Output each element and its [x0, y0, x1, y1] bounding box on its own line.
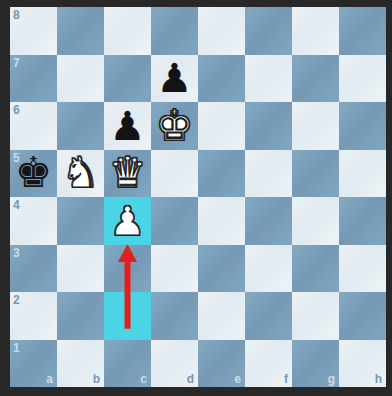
square-b7[interactable]: [57, 55, 104, 103]
square-d8[interactable]: [151, 7, 198, 55]
square-b4[interactable]: [57, 197, 104, 245]
file-label-b: b: [93, 373, 100, 385]
square-e2[interactable]: [198, 292, 245, 340]
square-c4[interactable]: ♟: [104, 197, 151, 245]
square-c8[interactable]: [104, 7, 151, 55]
square-h7[interactable]: [339, 55, 386, 103]
square-h1[interactable]: h: [339, 340, 386, 388]
square-g1[interactable]: g: [292, 340, 339, 388]
square-a1[interactable]: 1a: [10, 340, 57, 388]
square-c5[interactable]: ♛: [104, 150, 151, 198]
square-f6[interactable]: [245, 102, 292, 150]
square-d4[interactable]: [151, 197, 198, 245]
square-a8[interactable]: 8: [10, 7, 57, 55]
square-c1[interactable]: c: [104, 340, 151, 388]
file-label-g: g: [328, 373, 335, 385]
square-e1[interactable]: e: [198, 340, 245, 388]
file-label-h: h: [375, 373, 382, 385]
square-b5[interactable]: ♞: [57, 150, 104, 198]
square-h4[interactable]: [339, 197, 386, 245]
file-label-f: f: [284, 373, 288, 385]
square-g8[interactable]: [292, 7, 339, 55]
square-c2[interactable]: [104, 292, 151, 340]
rank-label-7: 7: [13, 57, 20, 69]
square-d7[interactable]: ♟: [151, 55, 198, 103]
square-e3[interactable]: [198, 245, 245, 293]
square-c7[interactable]: [104, 55, 151, 103]
square-b3[interactable]: [57, 245, 104, 293]
black-pawn[interactable]: ♟: [151, 55, 198, 103]
square-g6[interactable]: [292, 102, 339, 150]
square-f5[interactable]: [245, 150, 292, 198]
square-g7[interactable]: [292, 55, 339, 103]
white-pawn[interactable]: ♟: [104, 197, 151, 245]
square-a7[interactable]: 7: [10, 55, 57, 103]
square-g4[interactable]: [292, 197, 339, 245]
chess-board: 87♟6♟♚5♚♞♛4♟321abcdefgh: [10, 7, 386, 387]
rank-label-4: 4: [13, 199, 20, 211]
square-d5[interactable]: [151, 150, 198, 198]
square-a4[interactable]: 4: [10, 197, 57, 245]
rank-label-2: 2: [13, 294, 20, 306]
square-f7[interactable]: [245, 55, 292, 103]
square-h2[interactable]: [339, 292, 386, 340]
square-d3[interactable]: [151, 245, 198, 293]
square-h8[interactable]: [339, 7, 386, 55]
file-label-e: e: [234, 373, 241, 385]
square-e5[interactable]: [198, 150, 245, 198]
square-a6[interactable]: 6: [10, 102, 57, 150]
file-label-c: c: [140, 373, 147, 385]
chess-app-window: 87♟6♟♚5♚♞♛4♟321abcdefgh: [0, 0, 392, 396]
square-d6[interactable]: ♚: [151, 102, 198, 150]
black-king[interactable]: ♚: [10, 150, 57, 198]
square-h5[interactable]: [339, 150, 386, 198]
square-e7[interactable]: [198, 55, 245, 103]
square-e6[interactable]: [198, 102, 245, 150]
square-d2[interactable]: [151, 292, 198, 340]
square-c3[interactable]: [104, 245, 151, 293]
square-g5[interactable]: [292, 150, 339, 198]
file-label-a: a: [46, 373, 53, 385]
square-h3[interactable]: [339, 245, 386, 293]
rank-label-1: 1: [13, 342, 20, 354]
square-f1[interactable]: f: [245, 340, 292, 388]
rank-label-8: 8: [13, 9, 20, 21]
square-c6[interactable]: ♟: [104, 102, 151, 150]
square-d1[interactable]: d: [151, 340, 198, 388]
square-g2[interactable]: [292, 292, 339, 340]
square-a3[interactable]: 3: [10, 245, 57, 293]
square-b2[interactable]: [57, 292, 104, 340]
square-b8[interactable]: [57, 7, 104, 55]
rank-label-6: 6: [13, 104, 20, 116]
square-f3[interactable]: [245, 245, 292, 293]
white-knight[interactable]: ♞: [57, 150, 104, 198]
square-b6[interactable]: [57, 102, 104, 150]
file-label-d: d: [187, 373, 194, 385]
black-pawn[interactable]: ♟: [104, 102, 151, 150]
square-h6[interactable]: [339, 102, 386, 150]
white-king[interactable]: ♚: [151, 102, 198, 150]
square-f2[interactable]: [245, 292, 292, 340]
square-g3[interactable]: [292, 245, 339, 293]
rank-label-3: 3: [13, 247, 20, 259]
square-a2[interactable]: 2: [10, 292, 57, 340]
white-queen[interactable]: ♛: [104, 150, 151, 198]
square-b1[interactable]: b: [57, 340, 104, 388]
square-e8[interactable]: [198, 7, 245, 55]
square-e4[interactable]: [198, 197, 245, 245]
square-a5[interactable]: 5♚: [10, 150, 57, 198]
square-f4[interactable]: [245, 197, 292, 245]
square-f8[interactable]: [245, 7, 292, 55]
